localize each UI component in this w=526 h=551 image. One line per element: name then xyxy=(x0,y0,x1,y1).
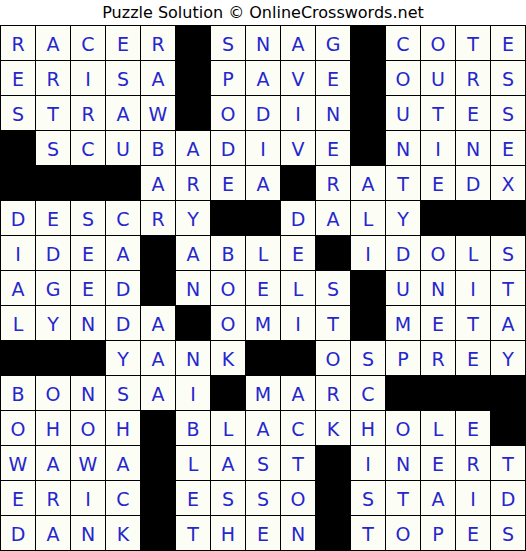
letter-cell: I xyxy=(281,96,315,130)
letter-cell: D xyxy=(281,201,315,235)
letter-cell: O xyxy=(421,26,455,60)
letter-cell: O xyxy=(386,516,420,550)
letter-cell: A xyxy=(106,236,140,270)
letter-cell: N xyxy=(281,516,315,550)
letter-cell: Y xyxy=(386,201,420,235)
letter-cell: I xyxy=(456,271,490,305)
letter-cell: E xyxy=(421,166,455,200)
black-cell xyxy=(71,166,105,200)
letter-cell: Y xyxy=(176,201,210,235)
letter-cell: E xyxy=(456,96,490,130)
letter-cell: N xyxy=(176,271,210,305)
letter-cell: K xyxy=(316,411,350,445)
letter-cell: W xyxy=(71,446,105,480)
letter-cell: V xyxy=(281,61,315,95)
letter-cell: R xyxy=(456,61,490,95)
black-cell xyxy=(351,96,385,130)
letter-cell: L xyxy=(456,236,490,270)
letter-cell: Y xyxy=(36,306,70,340)
letter-cell: E xyxy=(491,26,525,60)
letter-cell: A xyxy=(281,376,315,410)
letter-cell: L xyxy=(176,446,210,480)
letter-cell: E xyxy=(281,236,315,270)
letter-cell: D xyxy=(491,481,525,515)
letter-cell: P xyxy=(211,61,245,95)
letter-cell: R xyxy=(36,481,70,515)
letter-cell: E xyxy=(211,166,245,200)
letter-cell: U xyxy=(106,131,140,165)
letter-cell: T xyxy=(36,96,70,130)
black-cell xyxy=(421,376,455,410)
letter-cell: G xyxy=(316,26,350,60)
black-cell xyxy=(141,271,175,305)
letter-cell: E xyxy=(106,26,140,60)
letter-cell: T xyxy=(316,306,350,340)
black-cell xyxy=(141,446,175,480)
letter-cell: G xyxy=(36,271,70,305)
letter-cell: T xyxy=(351,516,385,550)
puzzle-page: Puzzle Solution © OnlineCrosswords.net R… xyxy=(0,0,526,551)
black-cell xyxy=(176,306,210,340)
black-cell xyxy=(491,201,525,235)
black-cell xyxy=(176,96,210,130)
letter-cell: S xyxy=(1,96,35,130)
black-cell xyxy=(351,61,385,95)
letter-cell: I xyxy=(351,446,385,480)
letter-cell: W xyxy=(1,446,35,480)
page-title: Puzzle Solution © OnlineCrosswords.net xyxy=(0,0,526,25)
black-cell xyxy=(386,376,420,410)
letter-cell: A xyxy=(316,201,350,235)
letter-cell: H xyxy=(36,411,70,445)
letter-cell: M xyxy=(386,306,420,340)
letter-cell: A xyxy=(141,306,175,340)
black-cell xyxy=(421,201,455,235)
letter-cell: H xyxy=(211,516,245,550)
black-cell xyxy=(211,376,245,410)
letter-cell: O xyxy=(386,61,420,95)
black-cell xyxy=(316,516,350,550)
black-cell xyxy=(141,516,175,550)
letter-cell: A xyxy=(246,411,280,445)
letter-cell: S xyxy=(106,61,140,95)
letter-cell: T xyxy=(386,481,420,515)
letter-cell: S xyxy=(246,481,280,515)
letter-cell: O xyxy=(421,236,455,270)
letter-cell: S xyxy=(351,341,385,375)
letter-cell: T xyxy=(491,271,525,305)
letter-cell: S xyxy=(71,201,105,235)
letter-cell: A xyxy=(281,26,315,60)
letter-cell: A xyxy=(106,96,140,130)
letter-cell: U xyxy=(386,271,420,305)
letter-cell: S xyxy=(491,61,525,95)
letter-cell: I xyxy=(176,376,210,410)
black-cell xyxy=(456,201,490,235)
letter-cell: I xyxy=(351,236,385,270)
letter-cell: M xyxy=(246,306,280,340)
black-cell xyxy=(351,271,385,305)
letter-cell: T xyxy=(491,446,525,480)
letter-cell: A xyxy=(421,481,455,515)
letter-cell: N xyxy=(71,306,105,340)
letter-cell: N xyxy=(421,271,455,305)
letter-cell: C xyxy=(71,131,105,165)
black-cell xyxy=(351,131,385,165)
letter-cell: R xyxy=(141,201,175,235)
letter-cell: A xyxy=(211,446,245,480)
letter-cell: E xyxy=(456,411,490,445)
letter-cell: N xyxy=(246,26,280,60)
letter-cell: L xyxy=(281,271,315,305)
letter-cell: O xyxy=(71,411,105,445)
letter-cell: X xyxy=(491,166,525,200)
black-cell xyxy=(316,446,350,480)
letter-cell: C xyxy=(386,26,420,60)
letter-cell: E xyxy=(1,61,35,95)
black-cell xyxy=(281,341,315,375)
letter-cell: A xyxy=(246,166,280,200)
letter-cell: S xyxy=(246,446,280,480)
letter-cell: C xyxy=(71,26,105,60)
letter-cell: A xyxy=(36,26,70,60)
letter-cell: A xyxy=(106,446,140,480)
letter-cell: A xyxy=(1,271,35,305)
letter-cell: E xyxy=(246,516,280,550)
letter-cell: E xyxy=(316,61,350,95)
letter-cell: N xyxy=(176,341,210,375)
letter-cell: Y xyxy=(106,341,140,375)
black-cell xyxy=(491,411,525,445)
letter-cell: N xyxy=(71,376,105,410)
letter-cell: N xyxy=(456,131,490,165)
letter-cell: P xyxy=(386,341,420,375)
letter-cell: O xyxy=(211,96,245,130)
black-cell xyxy=(491,376,525,410)
letter-cell: D xyxy=(456,166,490,200)
letter-cell: I xyxy=(456,481,490,515)
letter-cell: S xyxy=(491,96,525,130)
letter-cell: I xyxy=(281,306,315,340)
letter-cell: B xyxy=(1,376,35,410)
letter-cell: A xyxy=(141,166,175,200)
letter-cell: I xyxy=(246,131,280,165)
letter-cell: T xyxy=(421,96,455,130)
letter-cell: U xyxy=(421,61,455,95)
letter-cell: C xyxy=(106,481,140,515)
letter-cell: E xyxy=(421,306,455,340)
letter-cell: S xyxy=(491,516,525,550)
letter-cell: A xyxy=(246,61,280,95)
letter-cell: E xyxy=(1,481,35,515)
letter-cell: R xyxy=(176,166,210,200)
letter-cell: O xyxy=(386,411,420,445)
letter-cell: S xyxy=(491,236,525,270)
letter-cell: S xyxy=(211,481,245,515)
letter-cell: A xyxy=(141,376,175,410)
black-cell xyxy=(351,306,385,340)
letter-cell: A xyxy=(176,131,210,165)
letter-cell: R xyxy=(141,26,175,60)
black-cell xyxy=(316,481,350,515)
letter-cell: O xyxy=(211,306,245,340)
letter-cell: L xyxy=(246,236,280,270)
letter-cell: M xyxy=(246,376,280,410)
letter-cell: O xyxy=(1,411,35,445)
letter-cell: O xyxy=(316,341,350,375)
crossword-grid: RACERSNAGCOTEERISAPAVEOURSSTRAWODINUTESS… xyxy=(0,25,526,551)
black-cell xyxy=(1,166,35,200)
letter-cell: C xyxy=(281,411,315,445)
letter-cell: H xyxy=(351,411,385,445)
letter-cell: D xyxy=(106,271,140,305)
letter-cell: N xyxy=(316,96,350,130)
letter-cell: R xyxy=(421,341,455,375)
letter-cell: E xyxy=(456,341,490,375)
black-cell xyxy=(176,26,210,60)
letter-cell: R xyxy=(456,446,490,480)
letter-cell: D xyxy=(106,306,140,340)
letter-cell: E xyxy=(491,131,525,165)
letter-cell: R xyxy=(36,61,70,95)
letter-cell: W xyxy=(141,96,175,130)
black-cell xyxy=(1,341,35,375)
letter-cell: N xyxy=(386,131,420,165)
letter-cell: O xyxy=(36,376,70,410)
black-cell xyxy=(141,411,175,445)
letter-cell: D xyxy=(1,516,35,550)
letter-cell: E xyxy=(36,201,70,235)
letter-cell: A xyxy=(36,446,70,480)
letter-cell: E xyxy=(176,481,210,515)
letter-cell: L xyxy=(421,411,455,445)
letter-cell: E xyxy=(316,131,350,165)
letter-cell: S xyxy=(316,271,350,305)
black-cell xyxy=(246,201,280,235)
black-cell xyxy=(71,341,105,375)
letter-cell: I xyxy=(421,131,455,165)
black-cell xyxy=(211,201,245,235)
letter-cell: N xyxy=(386,446,420,480)
letter-cell: S xyxy=(211,26,245,60)
letter-cell: B xyxy=(211,236,245,270)
letter-cell: A xyxy=(491,306,525,340)
letter-cell: I xyxy=(1,236,35,270)
letter-cell: C xyxy=(351,376,385,410)
letter-cell: Y xyxy=(491,341,525,375)
letter-cell: E xyxy=(421,446,455,480)
letter-cell: T xyxy=(281,446,315,480)
letter-cell: A xyxy=(36,516,70,550)
letter-cell: A xyxy=(141,61,175,95)
letter-cell: E xyxy=(246,271,280,305)
letter-cell: E xyxy=(71,236,105,270)
letter-cell: A xyxy=(141,341,175,375)
letter-cell: B xyxy=(176,411,210,445)
letter-cell: A xyxy=(351,166,385,200)
letter-cell: K xyxy=(106,516,140,550)
letter-cell: C xyxy=(106,201,140,235)
letter-cell: O xyxy=(281,481,315,515)
letter-cell: R xyxy=(71,96,105,130)
letter-cell: R xyxy=(316,376,350,410)
letter-cell: R xyxy=(1,26,35,60)
letter-cell: A xyxy=(176,236,210,270)
black-cell xyxy=(246,341,280,375)
letter-cell: N xyxy=(71,516,105,550)
black-cell xyxy=(141,236,175,270)
black-cell xyxy=(281,166,315,200)
black-cell xyxy=(456,376,490,410)
letter-cell: U xyxy=(386,96,420,130)
black-cell xyxy=(141,481,175,515)
letter-cell: I xyxy=(71,61,105,95)
letter-cell: S xyxy=(351,481,385,515)
black-cell xyxy=(351,26,385,60)
letter-cell: S xyxy=(36,131,70,165)
letter-cell: L xyxy=(1,306,35,340)
letter-cell: S xyxy=(106,376,140,410)
letter-cell: E xyxy=(71,271,105,305)
black-cell xyxy=(176,61,210,95)
black-cell xyxy=(36,341,70,375)
letter-cell: T xyxy=(456,26,490,60)
letter-cell: I xyxy=(71,481,105,515)
letter-cell: P xyxy=(421,516,455,550)
letter-cell: O xyxy=(211,271,245,305)
letter-cell: R xyxy=(316,166,350,200)
letter-cell: T xyxy=(386,166,420,200)
letter-cell: T xyxy=(456,306,490,340)
letter-cell: E xyxy=(456,516,490,550)
letter-cell: H xyxy=(106,411,140,445)
letter-cell: D xyxy=(36,236,70,270)
letter-cell: D xyxy=(211,131,245,165)
letter-cell: D xyxy=(386,236,420,270)
black-cell xyxy=(36,166,70,200)
letter-cell: D xyxy=(1,201,35,235)
letter-cell: D xyxy=(246,96,280,130)
letter-cell: V xyxy=(281,131,315,165)
black-cell xyxy=(316,236,350,270)
black-cell xyxy=(106,166,140,200)
letter-cell: L xyxy=(211,411,245,445)
letter-cell: L xyxy=(351,201,385,235)
black-cell xyxy=(1,131,35,165)
letter-cell: K xyxy=(211,341,245,375)
letter-cell: T xyxy=(176,516,210,550)
letter-cell: B xyxy=(141,131,175,165)
